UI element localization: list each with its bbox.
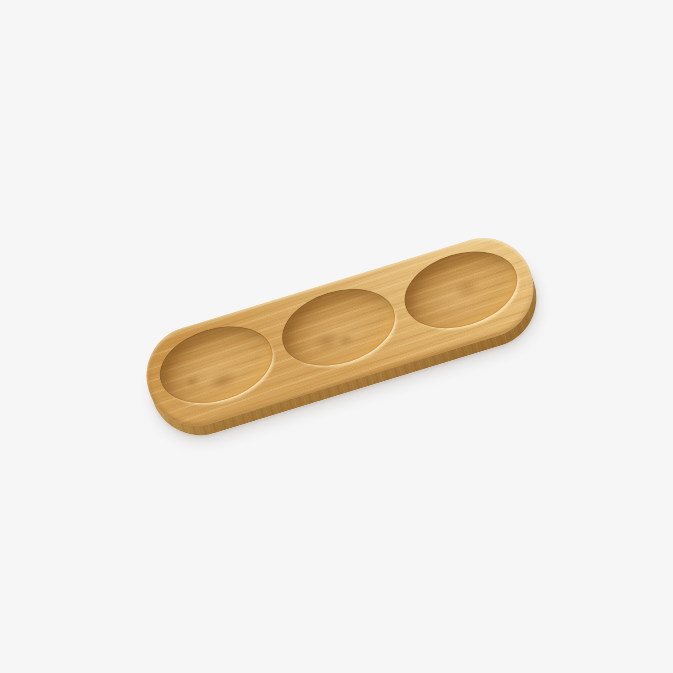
tray-top-surface (134, 226, 546, 439)
wood-knot (183, 374, 202, 389)
bamboo-tray (134, 226, 549, 450)
tray-well-right (395, 238, 527, 341)
wood-knot (450, 274, 483, 301)
product-photo-background (0, 0, 673, 673)
tray-well-left (150, 313, 282, 416)
tray-well-middle (273, 276, 405, 379)
wood-knot (205, 367, 241, 394)
